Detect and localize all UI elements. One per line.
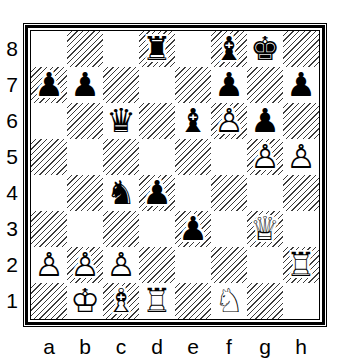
- piece-bP-b7: ♟: [70, 67, 100, 103]
- piece-wK-b1: ♔: [70, 283, 100, 319]
- file-label-a: a: [31, 334, 67, 360]
- file-labels: abcdefgh: [31, 334, 319, 360]
- square-b7: ♟: [67, 67, 103, 103]
- square-d1: ♜♖: [139, 283, 175, 319]
- piece-bB-f8: ♝: [214, 31, 244, 67]
- square-h4: [283, 175, 319, 211]
- piece-bP-e3: ♟: [178, 211, 208, 247]
- square-e8: [175, 31, 211, 67]
- square-d3: [139, 211, 175, 247]
- piece-wR-d1: ♖: [142, 283, 172, 319]
- rank-label-8: 8: [2, 31, 22, 67]
- file-label-g: g: [247, 334, 283, 360]
- piece-bB-e6: ♝: [178, 103, 208, 139]
- square-e1: [175, 283, 211, 319]
- square-a5: [31, 139, 67, 175]
- square-c7: [103, 67, 139, 103]
- square-a2: ♟♙: [31, 247, 67, 283]
- square-h1: [283, 283, 319, 319]
- square-f6: ♟♙: [211, 103, 247, 139]
- piece-bQ-c6: ♛: [106, 103, 136, 139]
- file-label-d: d: [139, 334, 175, 360]
- piece-bP-h7: ♟: [286, 67, 316, 103]
- file-label-h: h: [283, 334, 319, 360]
- square-a8: [31, 31, 67, 67]
- square-c6: ♛: [103, 103, 139, 139]
- piece-wP-g5: ♙: [250, 139, 280, 175]
- piece-bR-d8: ♜: [142, 31, 172, 67]
- square-h2: ♜♖: [283, 247, 319, 283]
- square-e3: ♟: [175, 211, 211, 247]
- square-b3: [67, 211, 103, 247]
- square-f8: ♝: [211, 31, 247, 67]
- square-b4: [67, 175, 103, 211]
- piece-bP-a7: ♟: [34, 67, 64, 103]
- square-h3: [283, 211, 319, 247]
- square-g6: ♟: [247, 103, 283, 139]
- square-e4: [175, 175, 211, 211]
- square-a4: [31, 175, 67, 211]
- square-g8: ♚: [247, 31, 283, 67]
- piece-wR-h2: ♖: [286, 247, 316, 283]
- file-label-c: c: [103, 334, 139, 360]
- square-d4: ♟: [139, 175, 175, 211]
- piece-wP-b2: ♙: [70, 247, 100, 283]
- piece-bN-c4: ♞: [106, 175, 136, 211]
- piece-bK-g8: ♚: [250, 31, 280, 67]
- rank-label-7: 7: [2, 67, 22, 103]
- square-h7: ♟: [283, 67, 319, 103]
- board-frame-thick: ♜♝♚♟♟♟♟♛♝♟♙♟♟♙♟♙♞♟♟♛♕♟♙♟♙♟♙♜♖♚♔♝♗♜♖♞♘: [25, 25, 325, 325]
- board-frame-inner: ♜♝♚♟♟♟♟♛♝♟♙♟♟♙♟♙♞♟♟♛♕♟♙♟♙♟♙♜♖♚♔♝♗♜♖♞♘: [30, 30, 320, 320]
- square-g7: [247, 67, 283, 103]
- square-c5: [103, 139, 139, 175]
- square-h6: [283, 103, 319, 139]
- square-d8: ♜: [139, 31, 175, 67]
- square-d2: [139, 247, 175, 283]
- piece-wP-c2: ♙: [106, 247, 136, 283]
- rank-label-1: 1: [2, 283, 22, 319]
- piece-bP-f7: ♟: [214, 67, 244, 103]
- square-b1: ♚♔: [67, 283, 103, 319]
- square-b6: [67, 103, 103, 139]
- piece-bP-g6: ♟: [250, 103, 280, 139]
- square-f2: [211, 247, 247, 283]
- square-a7: ♟: [31, 67, 67, 103]
- piece-wN-f1: ♘: [214, 283, 244, 319]
- square-f5: [211, 139, 247, 175]
- chess-board: ♜♝♚♟♟♟♟♛♝♟♙♟♟♙♟♙♞♟♟♛♕♟♙♟♙♟♙♜♖♚♔♝♗♜♖♞♘: [31, 31, 319, 319]
- piece-wP-f6: ♙: [214, 103, 244, 139]
- square-c1: ♝♗: [103, 283, 139, 319]
- square-g4: [247, 175, 283, 211]
- square-h8: [283, 31, 319, 67]
- square-f3: [211, 211, 247, 247]
- square-c4: ♞: [103, 175, 139, 211]
- piece-wB-c1: ♗: [106, 283, 136, 319]
- square-f7: ♟: [211, 67, 247, 103]
- rank-label-5: 5: [2, 139, 22, 175]
- square-g1: [247, 283, 283, 319]
- file-label-b: b: [67, 334, 103, 360]
- square-d6: [139, 103, 175, 139]
- square-c8: [103, 31, 139, 67]
- file-label-e: e: [175, 334, 211, 360]
- chess-diagram: 87654321 ♜♝♚♟♟♟♟♛♝♟♙♟♟♙♟♙♞♟♟♛♕♟♙♟♙♟♙♜♖♚♔…: [0, 0, 360, 360]
- file-label-f: f: [211, 334, 247, 360]
- square-e2: [175, 247, 211, 283]
- rank-label-3: 3: [2, 211, 22, 247]
- square-d7: [139, 67, 175, 103]
- square-g5: ♟♙: [247, 139, 283, 175]
- rank-label-6: 6: [2, 103, 22, 139]
- square-a6: [31, 103, 67, 139]
- square-c3: [103, 211, 139, 247]
- square-f1: ♞♘: [211, 283, 247, 319]
- square-g3: ♛♕: [247, 211, 283, 247]
- square-e7: [175, 67, 211, 103]
- square-a1: [31, 283, 67, 319]
- square-c2: ♟♙: [103, 247, 139, 283]
- piece-wQ-g3: ♕: [250, 211, 280, 247]
- square-h5: ♟♙: [283, 139, 319, 175]
- square-d5: [139, 139, 175, 175]
- rank-label-4: 4: [2, 175, 22, 211]
- rank-label-2: 2: [2, 247, 22, 283]
- board-frame: ♜♝♚♟♟♟♟♛♝♟♙♟♟♙♟♙♞♟♟♛♕♟♙♟♙♟♙♜♖♚♔♝♗♜♖♞♘: [23, 23, 327, 327]
- square-e5: [175, 139, 211, 175]
- rank-labels: 87654321: [2, 31, 22, 319]
- piece-wP-a2: ♙: [34, 247, 64, 283]
- square-a3: [31, 211, 67, 247]
- piece-bP-d4: ♟: [142, 175, 172, 211]
- square-f4: [211, 175, 247, 211]
- piece-wP-h5: ♙: [286, 139, 316, 175]
- square-b5: [67, 139, 103, 175]
- square-e6: ♝: [175, 103, 211, 139]
- square-b2: ♟♙: [67, 247, 103, 283]
- square-b8: [67, 31, 103, 67]
- square-g2: [247, 247, 283, 283]
